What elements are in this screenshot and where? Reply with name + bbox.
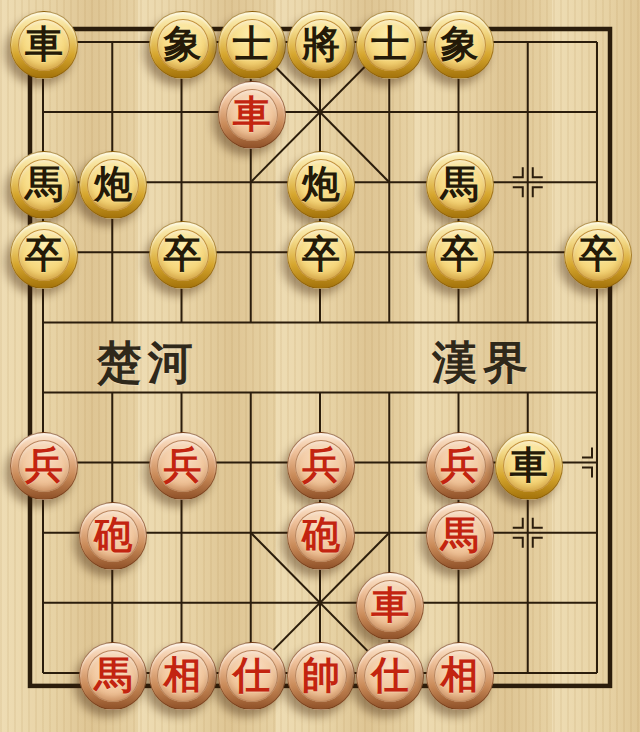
piece-face: 兵: [157, 440, 209, 492]
piece-red-elephant[interactable]: 相: [426, 642, 494, 710]
piece-character: 帥: [302, 656, 340, 694]
piece-face: 仕: [364, 650, 416, 702]
point-marker: [513, 187, 523, 197]
piece-character: 車: [25, 25, 63, 63]
piece-character: 馬: [25, 165, 63, 203]
point-marker: [533, 538, 543, 548]
piece-character: 卒: [441, 235, 479, 273]
piece-face: 馬: [18, 159, 70, 211]
point-marker: [513, 518, 523, 528]
piece-face: 兵: [295, 440, 347, 492]
piece-character: 象: [441, 25, 479, 63]
piece-face: 相: [157, 650, 209, 702]
piece-face: 砲: [87, 510, 139, 562]
piece-face: 馬: [87, 650, 139, 702]
piece-character: 馬: [94, 656, 132, 694]
piece-black-advisor[interactable]: 士: [356, 11, 424, 79]
piece-black-cannon[interactable]: 炮: [79, 151, 147, 219]
piece-face: 仕: [226, 650, 278, 702]
piece-face: 炮: [295, 159, 347, 211]
piece-character: 車: [233, 95, 271, 133]
point-marker: [533, 187, 543, 197]
piece-red-elephant[interactable]: 相: [149, 642, 217, 710]
piece-face: 車: [226, 89, 278, 141]
piece-red-chariot[interactable]: 車: [356, 572, 424, 640]
piece-red-advisor[interactable]: 仕: [218, 642, 286, 710]
piece-face: 相: [434, 650, 486, 702]
point-marker: [533, 167, 543, 177]
point-marker: [513, 167, 523, 177]
piece-face: 砲: [295, 510, 347, 562]
board-grid-lines: [0, 0, 640, 732]
piece-character: 士: [233, 25, 271, 63]
piece-black-soldier[interactable]: 卒: [564, 221, 632, 289]
piece-character: 炮: [302, 165, 340, 203]
piece-face: 馬: [434, 510, 486, 562]
piece-red-soldier[interactable]: 兵: [149, 432, 217, 500]
piece-black-general[interactable]: 將: [287, 11, 355, 79]
piece-character: 兵: [441, 446, 479, 484]
piece-red-cannon[interactable]: 砲: [287, 502, 355, 570]
piece-face: 兵: [434, 440, 486, 492]
piece-black-horse[interactable]: 馬: [426, 151, 494, 219]
piece-face: 象: [157, 19, 209, 71]
piece-character: 卒: [302, 235, 340, 273]
piece-black-soldier[interactable]: 卒: [426, 221, 494, 289]
piece-black-advisor[interactable]: 士: [218, 11, 286, 79]
piece-black-elephant[interactable]: 象: [149, 11, 217, 79]
piece-character: 卒: [25, 235, 63, 273]
piece-face: 馬: [434, 159, 486, 211]
piece-character: 砲: [302, 516, 340, 554]
point-marker: [513, 538, 523, 548]
point-marker: [582, 448, 592, 458]
piece-face: 卒: [18, 229, 70, 281]
piece-face: 士: [364, 19, 416, 71]
piece-face: 車: [18, 19, 70, 71]
piece-character: 兵: [302, 446, 340, 484]
piece-face: 卒: [295, 229, 347, 281]
piece-face: 炮: [87, 159, 139, 211]
piece-character: 車: [510, 446, 548, 484]
piece-red-horse[interactable]: 馬: [79, 642, 147, 710]
piece-black-chariot[interactable]: 車: [10, 11, 78, 79]
piece-red-soldier[interactable]: 兵: [426, 432, 494, 500]
piece-character: 象: [164, 25, 202, 63]
piece-face: 象: [434, 19, 486, 71]
piece-character: 兵: [164, 446, 202, 484]
piece-character: 卒: [164, 235, 202, 273]
piece-red-chariot[interactable]: 車: [218, 81, 286, 149]
piece-character: 士: [371, 25, 409, 63]
piece-face: 卒: [434, 229, 486, 281]
piece-black-soldier[interactable]: 卒: [287, 221, 355, 289]
piece-character: 卒: [579, 235, 617, 273]
piece-character: 馬: [441, 516, 479, 554]
piece-character: 將: [302, 25, 340, 63]
piece-red-soldier[interactable]: 兵: [287, 432, 355, 500]
piece-red-soldier[interactable]: 兵: [10, 432, 78, 500]
piece-face: 帥: [295, 650, 347, 702]
piece-character: 炮: [94, 165, 132, 203]
piece-black-horse[interactable]: 馬: [10, 151, 78, 219]
piece-character: 砲: [94, 516, 132, 554]
piece-face: 卒: [157, 229, 209, 281]
piece-face: 卒: [572, 229, 624, 281]
piece-character: 相: [164, 656, 202, 694]
piece-black-soldier[interactable]: 卒: [149, 221, 217, 289]
xiangqi-board: 楚河 漢界 車象士將士象車馬炮炮馬卒卒卒卒卒兵兵兵兵車砲砲馬車馬相仕帥仕相: [0, 0, 640, 732]
piece-black-cannon[interactable]: 炮: [287, 151, 355, 219]
river-label-right: 漢界: [432, 340, 534, 385]
piece-face: 車: [364, 580, 416, 632]
piece-character: 相: [441, 656, 479, 694]
piece-red-general[interactable]: 帥: [287, 642, 355, 710]
piece-black-soldier[interactable]: 卒: [10, 221, 78, 289]
piece-face: 士: [226, 19, 278, 71]
piece-red-advisor[interactable]: 仕: [356, 642, 424, 710]
piece-character: 仕: [371, 656, 409, 694]
piece-face: 將: [295, 19, 347, 71]
piece-red-cannon[interactable]: 砲: [79, 502, 147, 570]
point-marker: [533, 518, 543, 528]
point-marker: [582, 468, 592, 478]
piece-face: 車: [503, 440, 555, 492]
piece-character: 兵: [25, 446, 63, 484]
piece-black-elephant[interactable]: 象: [426, 11, 494, 79]
river-label-left: 楚河: [97, 340, 199, 385]
piece-red-horse[interactable]: 馬: [426, 502, 494, 570]
piece-character: 車: [371, 586, 409, 624]
piece-character: 馬: [441, 165, 479, 203]
piece-face: 兵: [18, 440, 70, 492]
piece-black-chariot[interactable]: 車: [495, 432, 563, 500]
piece-character: 仕: [233, 656, 271, 694]
